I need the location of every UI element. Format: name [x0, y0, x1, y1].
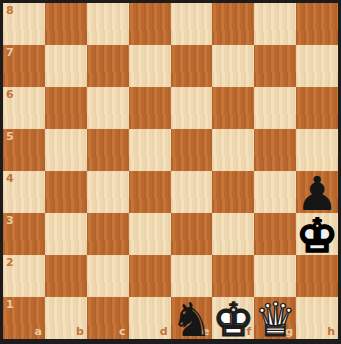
piece-white-king-f1[interactable]: ♚♔: [212, 297, 254, 339]
black-king-glyph: ♚: [296, 214, 338, 256]
piece-black-knight-e1[interactable]: ♞: [171, 297, 213, 339]
square-h3[interactable]: ♚♔: [296, 213, 338, 255]
square-f5[interactable]: [212, 129, 254, 171]
square-a3[interactable]: 3: [3, 213, 45, 255]
square-d1[interactable]: d: [129, 297, 171, 339]
square-b8[interactable]: [45, 3, 87, 45]
file-label-d: d: [160, 326, 168, 337]
square-e7[interactable]: [171, 45, 213, 87]
square-e6[interactable]: [171, 87, 213, 129]
square-f6[interactable]: [212, 87, 254, 129]
square-f1[interactable]: f♚♔: [212, 297, 254, 339]
black-king-glyph: ♔: [296, 214, 338, 256]
square-b1[interactable]: b: [45, 297, 87, 339]
square-g6[interactable]: [254, 87, 296, 129]
black-pawn-glyph: ♟: [296, 172, 338, 214]
square-h8[interactable]: [296, 3, 338, 45]
square-c2[interactable]: [87, 255, 129, 297]
white-king-glyph: ♚: [212, 298, 254, 340]
square-d5[interactable]: [129, 129, 171, 171]
square-a1[interactable]: 1a: [3, 297, 45, 339]
file-label-a: a: [34, 326, 41, 337]
rank-label-3: 3: [6, 215, 14, 226]
black-knight-glyph: ♞: [171, 298, 213, 340]
square-g1[interactable]: g♛♕: [254, 297, 296, 339]
square-h7[interactable]: [296, 45, 338, 87]
square-e5[interactable]: [171, 129, 213, 171]
square-b6[interactable]: [45, 87, 87, 129]
square-d8[interactable]: [129, 3, 171, 45]
square-a2[interactable]: 2: [3, 255, 45, 297]
piece-black-pawn-h4[interactable]: ♟: [296, 171, 338, 213]
square-d3[interactable]: [129, 213, 171, 255]
square-c3[interactable]: [87, 213, 129, 255]
square-b4[interactable]: [45, 171, 87, 213]
square-d7[interactable]: [129, 45, 171, 87]
white-king-glyph: ♔: [212, 298, 254, 340]
square-g5[interactable]: [254, 129, 296, 171]
square-h4[interactable]: ♟: [296, 171, 338, 213]
square-a8[interactable]: 8: [3, 3, 45, 45]
rank-label-7: 7: [6, 47, 14, 58]
square-a5[interactable]: 5: [3, 129, 45, 171]
rank-label-6: 6: [6, 89, 14, 100]
square-g7[interactable]: [254, 45, 296, 87]
square-f3[interactable]: [212, 213, 254, 255]
square-a4[interactable]: 4: [3, 171, 45, 213]
square-c6[interactable]: [87, 87, 129, 129]
chessboard: 87654♟3♚♔21abcde♞f♚♔g♛♕h: [3, 3, 338, 339]
file-label-c: c: [119, 326, 126, 337]
square-a7[interactable]: 7: [3, 45, 45, 87]
square-c7[interactable]: [87, 45, 129, 87]
square-c1[interactable]: c: [87, 297, 129, 339]
chessboard-frame: 87654♟3♚♔21abcde♞f♚♔g♛♕h: [0, 0, 341, 344]
file-label-b: b: [76, 326, 84, 337]
square-e3[interactable]: [171, 213, 213, 255]
square-e2[interactable]: [171, 255, 213, 297]
square-e4[interactable]: [171, 171, 213, 213]
square-g4[interactable]: [254, 171, 296, 213]
piece-black-king-h3[interactable]: ♚♔: [296, 213, 338, 255]
square-d6[interactable]: [129, 87, 171, 129]
square-a6[interactable]: 6: [3, 87, 45, 129]
square-d2[interactable]: [129, 255, 171, 297]
rank-label-1: 1: [6, 299, 14, 310]
rank-label-4: 4: [6, 173, 14, 184]
square-g2[interactable]: [254, 255, 296, 297]
square-h6[interactable]: [296, 87, 338, 129]
square-h5[interactable]: [296, 129, 338, 171]
rank-label-8: 8: [6, 5, 14, 16]
file-label-h: h: [327, 326, 335, 337]
square-f7[interactable]: [212, 45, 254, 87]
white-queen-glyph: ♛: [254, 298, 296, 340]
square-b3[interactable]: [45, 213, 87, 255]
square-f8[interactable]: [212, 3, 254, 45]
white-queen-glyph: ♕: [254, 298, 296, 340]
square-e8[interactable]: [171, 3, 213, 45]
square-h1[interactable]: h: [296, 297, 338, 339]
square-e1[interactable]: e♞: [171, 297, 213, 339]
square-c8[interactable]: [87, 3, 129, 45]
square-b2[interactable]: [45, 255, 87, 297]
piece-white-queen-g1[interactable]: ♛♕: [254, 297, 296, 339]
rank-label-5: 5: [6, 131, 14, 142]
square-c4[interactable]: [87, 171, 129, 213]
square-f4[interactable]: [212, 171, 254, 213]
square-c5[interactable]: [87, 129, 129, 171]
rank-label-2: 2: [6, 257, 14, 268]
square-g3[interactable]: [254, 213, 296, 255]
square-h2[interactable]: [296, 255, 338, 297]
square-f2[interactable]: [212, 255, 254, 297]
square-d4[interactable]: [129, 171, 171, 213]
square-b5[interactable]: [45, 129, 87, 171]
square-b7[interactable]: [45, 45, 87, 87]
square-g8[interactable]: [254, 3, 296, 45]
